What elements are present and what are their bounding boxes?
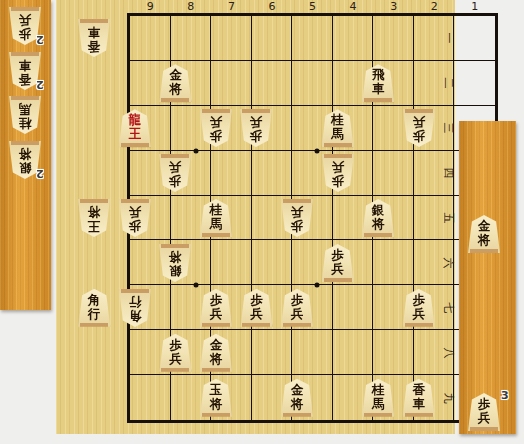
square-7-6[interactable]	[211, 240, 252, 285]
file-label-4: 4	[333, 0, 374, 13]
piece-kanji: 将	[372, 217, 385, 231]
piece-kanji: 馬	[19, 102, 32, 116]
piece-kanji: 金	[210, 338, 223, 352]
piece-kanji: 兵	[169, 352, 182, 366]
piece-kanji: 桂	[331, 113, 344, 127]
piece-kanji: 香	[19, 72, 32, 86]
piece-kanji: 歩	[331, 174, 344, 188]
piece-kanji: 兵	[412, 307, 425, 321]
hoshi-point	[315, 283, 320, 288]
piece-kanji: 馬	[331, 127, 344, 141]
square-6-8[interactable]	[252, 330, 293, 375]
square-6-4[interactable]	[252, 151, 293, 196]
piece-kanji: 金	[478, 219, 491, 233]
square-7-2[interactable]	[211, 61, 252, 106]
square-6-6[interactable]	[252, 240, 293, 285]
piece-kanji: 香	[88, 39, 101, 53]
piece-kanji: 車	[372, 82, 385, 96]
piece-kanji: 桂	[210, 203, 223, 217]
square-3-8[interactable]	[373, 330, 414, 375]
rank-label-1: 一	[442, 31, 456, 45]
piece-kanji: 歩	[129, 219, 142, 233]
piece-kanji: 龍	[129, 113, 142, 127]
hoshi-point	[193, 148, 198, 153]
piece-kanji: 兵	[210, 115, 223, 129]
piece-kanji: 車	[88, 25, 101, 39]
piece-kanji: 将	[291, 397, 304, 411]
file-label-7: 7	[211, 0, 252, 13]
square-5-1[interactable]	[292, 16, 333, 61]
hoshi-point	[315, 148, 320, 153]
square-9-9[interactable]	[130, 375, 171, 420]
piece-kanji: 兵	[169, 160, 182, 174]
piece-kanji: 将	[210, 397, 223, 411]
rank-label-6: 六	[442, 256, 456, 270]
piece-kanji: 車	[19, 58, 32, 72]
square-4-7[interactable]	[333, 285, 374, 330]
piece-kanji: 歩	[250, 293, 263, 307]
file-labels: 987654321	[130, 0, 495, 13]
square-5-8[interactable]	[292, 330, 333, 375]
rank-label-3: 三	[442, 121, 456, 135]
square-7-4[interactable]	[211, 151, 252, 196]
file-label-2: 2	[414, 0, 455, 13]
file-label-9: 9	[130, 0, 171, 13]
hand-count: 2	[36, 78, 44, 91]
square-6-2[interactable]	[252, 61, 293, 106]
file-label-8: 8	[171, 0, 212, 13]
square-8-1[interactable]	[171, 16, 212, 61]
piece-kanji: 歩	[412, 129, 425, 143]
piece-kanji: 歩	[210, 129, 223, 143]
file-label-6: 6	[252, 0, 293, 13]
shogi-app: 987654321 一二三四五六七八九香車金将飛車龍王歩兵歩兵桂馬歩兵歩兵歩兵王…	[0, 0, 524, 444]
piece-kanji: 兵	[250, 115, 263, 129]
piece-kanji: 将	[19, 147, 32, 161]
square-7-1[interactable]	[211, 16, 252, 61]
square-9-1[interactable]	[130, 16, 171, 61]
piece-kanji: 将	[210, 352, 223, 366]
piece-kanji: 銀	[19, 161, 32, 175]
hand-count: 2	[36, 167, 44, 180]
piece-kanji: 兵	[291, 307, 304, 321]
rank-label-7: 七	[442, 301, 456, 315]
piece-kanji: 歩	[250, 129, 263, 143]
hand-count: 2	[36, 33, 44, 46]
piece-kanji: 歩	[19, 27, 32, 41]
piece-kanji: 兵	[210, 307, 223, 321]
square-1-1[interactable]	[454, 16, 495, 61]
piece-kanji: 兵	[250, 307, 263, 321]
piece-kanji: 歩	[478, 397, 491, 411]
piece-kanji: 銀	[372, 203, 385, 217]
piece-kanji: 行	[129, 295, 142, 309]
piece-kanji: 銀	[169, 264, 182, 278]
piece-kanji: 馬	[372, 397, 385, 411]
piece-kanji: 玉	[210, 383, 223, 397]
square-5-2[interactable]	[292, 61, 333, 106]
rank-label-8: 八	[442, 346, 456, 360]
piece-kanji: 兵	[412, 115, 425, 129]
piece-kanji: 金	[169, 68, 182, 82]
piece-kanji: 桂	[372, 383, 385, 397]
rank-label-4: 四	[442, 166, 456, 180]
piece-kanji: 角	[129, 309, 142, 323]
square-3-6[interactable]	[373, 240, 414, 285]
piece-kanji: 飛	[372, 68, 385, 82]
sente-hand-tray	[459, 121, 516, 434]
file-label-3: 3	[373, 0, 414, 13]
piece-kanji: 兵	[331, 262, 344, 276]
piece-kanji: 兵	[19, 13, 32, 27]
piece-kanji: 将	[88, 205, 101, 219]
file-label-5: 5	[292, 0, 333, 13]
rank-label-9: 九	[442, 391, 456, 405]
piece-kanji: 兵	[291, 205, 304, 219]
piece-kanji: 行	[88, 307, 101, 321]
piece-kanji: 将	[169, 82, 182, 96]
rank-label-2: 二	[442, 76, 456, 90]
piece-kanji: 金	[291, 383, 304, 397]
rank-label-5: 五	[442, 211, 456, 225]
piece-kanji: 歩	[331, 248, 344, 262]
piece-kanji: 兵	[331, 160, 344, 174]
piece-kanji: 角	[88, 293, 101, 307]
square-4-8[interactable]	[333, 330, 374, 375]
board-wood: 987654321	[56, 0, 455, 434]
piece-kanji: 王	[88, 219, 101, 233]
piece-kanji: 香	[412, 383, 425, 397]
file-label-1: 1	[455, 0, 496, 13]
piece-kanji: 将	[169, 250, 182, 264]
hand-count: 3	[501, 389, 509, 402]
piece-kanji: 歩	[412, 293, 425, 307]
piece-kanji: 王	[129, 127, 142, 141]
square-3-1[interactable]	[373, 16, 414, 61]
square-4-1[interactable]	[333, 16, 374, 61]
piece-kanji: 歩	[291, 293, 304, 307]
piece-kanji: 歩	[291, 219, 304, 233]
piece-kanji: 車	[412, 397, 425, 411]
piece-kanji: 馬	[210, 217, 223, 231]
hoshi-point	[193, 283, 198, 288]
piece-kanji: 兵	[129, 205, 142, 219]
piece-kanji: 歩	[169, 338, 182, 352]
piece-kanji: 桂	[19, 116, 32, 130]
piece-kanji: 将	[478, 233, 491, 247]
piece-kanji: 歩	[169, 174, 182, 188]
square-6-1[interactable]	[252, 16, 293, 61]
piece-kanji: 歩	[210, 293, 223, 307]
piece-kanji: 兵	[478, 411, 491, 425]
square-1-2[interactable]	[454, 61, 495, 106]
square-3-4[interactable]	[373, 151, 414, 196]
